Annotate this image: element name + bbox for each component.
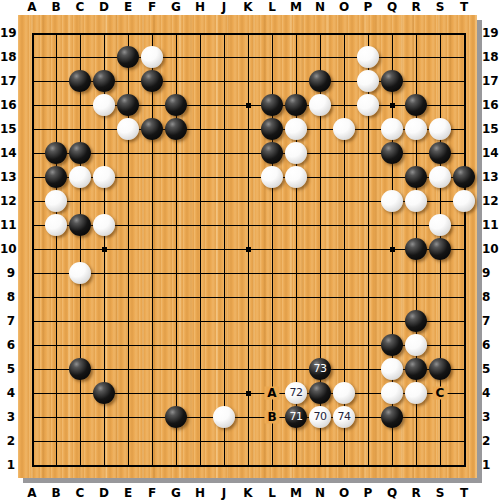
intersection-L10[interactable] (260, 237, 284, 261)
intersection-L9[interactable] (260, 261, 284, 285)
intersection-G4[interactable] (164, 381, 188, 405)
intersection-J14[interactable] (212, 141, 236, 165)
intersection-Q11[interactable] (380, 213, 404, 237)
intersection-G17[interactable] (164, 69, 188, 93)
intersection-D9[interactable] (92, 261, 116, 285)
intersection-L13[interactable] (260, 165, 284, 189)
intersection-E4[interactable] (116, 381, 140, 405)
intersection-N11[interactable] (308, 213, 332, 237)
intersection-R7[interactable] (404, 309, 428, 333)
intersection-P13[interactable] (356, 165, 380, 189)
intersection-B10[interactable] (44, 237, 68, 261)
intersection-L3[interactable]: B (260, 405, 284, 429)
intersection-S15[interactable] (428, 117, 452, 141)
intersection-P19[interactable] (356, 21, 380, 45)
intersection-R8[interactable] (404, 285, 428, 309)
intersection-J16[interactable] (212, 93, 236, 117)
intersection-L2[interactable] (260, 429, 284, 453)
intersection-F11[interactable] (140, 213, 164, 237)
intersection-K8[interactable] (236, 285, 260, 309)
intersection-Q9[interactable] (380, 261, 404, 285)
intersection-R4[interactable] (404, 381, 428, 405)
intersection-R12[interactable] (404, 189, 428, 213)
intersection-B4[interactable] (44, 381, 68, 405)
intersection-P5[interactable] (356, 357, 380, 381)
intersection-E6[interactable] (116, 333, 140, 357)
intersection-D17[interactable] (92, 69, 116, 93)
intersection-E7[interactable] (116, 309, 140, 333)
intersection-A4[interactable] (20, 381, 44, 405)
intersection-G14[interactable] (164, 141, 188, 165)
intersection-N18[interactable] (308, 45, 332, 69)
intersection-M5[interactable] (284, 357, 308, 381)
intersection-J13[interactable] (212, 165, 236, 189)
intersection-O2[interactable] (332, 429, 356, 453)
intersection-T3[interactable] (452, 405, 476, 429)
intersection-N13[interactable] (308, 165, 332, 189)
intersection-H6[interactable] (188, 333, 212, 357)
intersection-A15[interactable] (20, 117, 44, 141)
intersection-T16[interactable] (452, 93, 476, 117)
intersection-R19[interactable] (404, 21, 428, 45)
intersection-Q19[interactable] (380, 21, 404, 45)
intersection-A13[interactable] (20, 165, 44, 189)
intersection-M16[interactable] (284, 93, 308, 117)
intersection-G5[interactable] (164, 357, 188, 381)
intersection-M6[interactable] (284, 333, 308, 357)
intersection-E2[interactable] (116, 429, 140, 453)
intersection-Q1[interactable] (380, 453, 404, 477)
intersection-L6[interactable] (260, 333, 284, 357)
intersection-F15[interactable] (140, 117, 164, 141)
intersection-T19[interactable] (452, 21, 476, 45)
intersection-E9[interactable] (116, 261, 140, 285)
intersection-B19[interactable] (44, 21, 68, 45)
intersection-O5[interactable] (332, 357, 356, 381)
intersection-O6[interactable] (332, 333, 356, 357)
intersection-H19[interactable] (188, 21, 212, 45)
intersection-K19[interactable] (236, 21, 260, 45)
intersection-S10[interactable] (428, 237, 452, 261)
intersection-B5[interactable] (44, 357, 68, 381)
intersection-A6[interactable] (20, 333, 44, 357)
intersection-C1[interactable] (68, 453, 92, 477)
intersection-K15[interactable] (236, 117, 260, 141)
intersection-M2[interactable] (284, 429, 308, 453)
intersection-H11[interactable] (188, 213, 212, 237)
intersection-K14[interactable] (236, 141, 260, 165)
intersection-L19[interactable] (260, 21, 284, 45)
intersection-P6[interactable] (356, 333, 380, 357)
intersection-J7[interactable] (212, 309, 236, 333)
intersection-R2[interactable] (404, 429, 428, 453)
intersection-J12[interactable] (212, 189, 236, 213)
intersection-G7[interactable] (164, 309, 188, 333)
intersection-T8[interactable] (452, 285, 476, 309)
intersection-O9[interactable] (332, 261, 356, 285)
intersection-S4[interactable]: C (428, 381, 452, 405)
intersection-F2[interactable] (140, 429, 164, 453)
intersection-N14[interactable] (308, 141, 332, 165)
intersection-J11[interactable] (212, 213, 236, 237)
intersection-H4[interactable] (188, 381, 212, 405)
intersection-R5[interactable] (404, 357, 428, 381)
intersection-E5[interactable] (116, 357, 140, 381)
intersection-D14[interactable] (92, 141, 116, 165)
intersection-C14[interactable] (68, 141, 92, 165)
intersection-O11[interactable] (332, 213, 356, 237)
intersection-D4[interactable] (92, 381, 116, 405)
intersection-J15[interactable] (212, 117, 236, 141)
intersection-L7[interactable] (260, 309, 284, 333)
intersection-K18[interactable] (236, 45, 260, 69)
intersection-A5[interactable] (20, 357, 44, 381)
intersection-T17[interactable] (452, 69, 476, 93)
intersection-D6[interactable] (92, 333, 116, 357)
intersection-R1[interactable] (404, 453, 428, 477)
intersection-A9[interactable] (20, 261, 44, 285)
intersection-F14[interactable] (140, 141, 164, 165)
intersection-M1[interactable] (284, 453, 308, 477)
intersection-B8[interactable] (44, 285, 68, 309)
intersection-A7[interactable] (20, 309, 44, 333)
intersection-E17[interactable] (116, 69, 140, 93)
intersection-F6[interactable] (140, 333, 164, 357)
intersection-M12[interactable] (284, 189, 308, 213)
intersection-F17[interactable] (140, 69, 164, 93)
intersection-C17[interactable] (68, 69, 92, 93)
intersection-E1[interactable] (116, 453, 140, 477)
intersection-K7[interactable] (236, 309, 260, 333)
intersection-N10[interactable] (308, 237, 332, 261)
intersection-A17[interactable] (20, 69, 44, 93)
intersection-T18[interactable] (452, 45, 476, 69)
intersection-B9[interactable] (44, 261, 68, 285)
intersection-M8[interactable] (284, 285, 308, 309)
intersection-R13[interactable] (404, 165, 428, 189)
intersection-E16[interactable] (116, 93, 140, 117)
intersection-M3[interactable]: 71 (284, 405, 308, 429)
intersection-K12[interactable] (236, 189, 260, 213)
intersection-B2[interactable] (44, 429, 68, 453)
intersection-K2[interactable] (236, 429, 260, 453)
intersection-N9[interactable] (308, 261, 332, 285)
intersection-A3[interactable] (20, 405, 44, 429)
intersection-G1[interactable] (164, 453, 188, 477)
intersection-R10[interactable] (404, 237, 428, 261)
intersection-H12[interactable] (188, 189, 212, 213)
intersection-H13[interactable] (188, 165, 212, 189)
intersection-C16[interactable] (68, 93, 92, 117)
intersection-E18[interactable] (116, 45, 140, 69)
intersection-E10[interactable] (116, 237, 140, 261)
intersection-R16[interactable] (404, 93, 428, 117)
intersection-N5[interactable]: 73 (308, 357, 332, 381)
intersection-A12[interactable] (20, 189, 44, 213)
intersection-O19[interactable] (332, 21, 356, 45)
intersection-R3[interactable] (404, 405, 428, 429)
intersection-S18[interactable] (428, 45, 452, 69)
intersection-O15[interactable] (332, 117, 356, 141)
intersection-C15[interactable] (68, 117, 92, 141)
intersection-F5[interactable] (140, 357, 164, 381)
intersection-J6[interactable] (212, 333, 236, 357)
intersection-S5[interactable] (428, 357, 452, 381)
intersection-H5[interactable] (188, 357, 212, 381)
intersection-T7[interactable] (452, 309, 476, 333)
intersection-B1[interactable] (44, 453, 68, 477)
intersection-P7[interactable] (356, 309, 380, 333)
intersection-K11[interactable] (236, 213, 260, 237)
intersection-L5[interactable] (260, 357, 284, 381)
intersection-A10[interactable] (20, 237, 44, 261)
intersection-N3[interactable]: 70 (308, 405, 332, 429)
intersection-H17[interactable] (188, 69, 212, 93)
intersection-C5[interactable] (68, 357, 92, 381)
intersection-F8[interactable] (140, 285, 164, 309)
intersection-Q7[interactable] (380, 309, 404, 333)
intersection-D8[interactable] (92, 285, 116, 309)
intersection-O7[interactable] (332, 309, 356, 333)
intersection-B3[interactable] (44, 405, 68, 429)
intersection-K3[interactable] (236, 405, 260, 429)
intersection-J1[interactable] (212, 453, 236, 477)
intersection-R15[interactable] (404, 117, 428, 141)
intersection-A8[interactable] (20, 285, 44, 309)
intersection-D12[interactable] (92, 189, 116, 213)
intersection-B13[interactable] (44, 165, 68, 189)
intersection-Q14[interactable] (380, 141, 404, 165)
intersection-L12[interactable] (260, 189, 284, 213)
intersection-S9[interactable] (428, 261, 452, 285)
intersection-C7[interactable] (68, 309, 92, 333)
intersection-T1[interactable] (452, 453, 476, 477)
intersection-K10[interactable] (236, 237, 260, 261)
intersection-R14[interactable] (404, 141, 428, 165)
intersection-G6[interactable] (164, 333, 188, 357)
intersection-Q3[interactable] (380, 405, 404, 429)
intersection-O10[interactable] (332, 237, 356, 261)
intersection-E13[interactable] (116, 165, 140, 189)
intersection-P17[interactable] (356, 69, 380, 93)
intersection-O13[interactable] (332, 165, 356, 189)
intersection-A16[interactable] (20, 93, 44, 117)
intersection-M17[interactable] (284, 69, 308, 93)
intersection-A14[interactable] (20, 141, 44, 165)
intersection-G10[interactable] (164, 237, 188, 261)
intersection-M18[interactable] (284, 45, 308, 69)
intersection-A11[interactable] (20, 213, 44, 237)
intersection-K16[interactable] (236, 93, 260, 117)
intersection-D3[interactable] (92, 405, 116, 429)
intersection-S17[interactable] (428, 69, 452, 93)
intersection-M11[interactable] (284, 213, 308, 237)
intersection-D10[interactable] (92, 237, 116, 261)
intersection-E15[interactable] (116, 117, 140, 141)
intersection-L1[interactable] (260, 453, 284, 477)
intersection-S19[interactable] (428, 21, 452, 45)
intersection-P3[interactable] (356, 405, 380, 429)
intersection-F12[interactable] (140, 189, 164, 213)
intersection-L11[interactable] (260, 213, 284, 237)
intersection-J9[interactable] (212, 261, 236, 285)
intersection-B12[interactable] (44, 189, 68, 213)
intersection-C11[interactable] (68, 213, 92, 237)
intersection-Q13[interactable] (380, 165, 404, 189)
intersection-N19[interactable] (308, 21, 332, 45)
intersection-O18[interactable] (332, 45, 356, 69)
intersection-Q5[interactable] (380, 357, 404, 381)
intersection-J2[interactable] (212, 429, 236, 453)
intersection-C18[interactable] (68, 45, 92, 69)
intersection-T5[interactable] (452, 357, 476, 381)
intersection-B14[interactable] (44, 141, 68, 165)
intersection-T2[interactable] (452, 429, 476, 453)
intersection-H8[interactable] (188, 285, 212, 309)
intersection-C4[interactable] (68, 381, 92, 405)
intersection-L17[interactable] (260, 69, 284, 93)
intersection-N1[interactable] (308, 453, 332, 477)
intersection-N8[interactable] (308, 285, 332, 309)
intersection-D1[interactable] (92, 453, 116, 477)
intersection-F19[interactable] (140, 21, 164, 45)
intersection-P4[interactable] (356, 381, 380, 405)
intersection-O4[interactable] (332, 381, 356, 405)
intersection-T11[interactable] (452, 213, 476, 237)
intersection-J19[interactable] (212, 21, 236, 45)
intersection-E14[interactable] (116, 141, 140, 165)
intersection-H15[interactable] (188, 117, 212, 141)
intersection-C10[interactable] (68, 237, 92, 261)
intersection-T15[interactable] (452, 117, 476, 141)
intersection-O14[interactable] (332, 141, 356, 165)
intersection-K13[interactable] (236, 165, 260, 189)
intersection-M15[interactable] (284, 117, 308, 141)
intersection-H3[interactable] (188, 405, 212, 429)
intersection-H9[interactable] (188, 261, 212, 285)
intersection-K17[interactable] (236, 69, 260, 93)
intersection-H1[interactable] (188, 453, 212, 477)
intersection-L14[interactable] (260, 141, 284, 165)
intersection-P2[interactable] (356, 429, 380, 453)
intersection-T12[interactable] (452, 189, 476, 213)
intersection-F7[interactable] (140, 309, 164, 333)
intersection-J8[interactable] (212, 285, 236, 309)
intersection-G9[interactable] (164, 261, 188, 285)
intersection-M9[interactable] (284, 261, 308, 285)
intersection-N6[interactable] (308, 333, 332, 357)
intersection-L4[interactable]: A (260, 381, 284, 405)
intersection-G12[interactable] (164, 189, 188, 213)
intersection-G3[interactable] (164, 405, 188, 429)
intersection-P15[interactable] (356, 117, 380, 141)
intersection-D19[interactable] (92, 21, 116, 45)
intersection-B6[interactable] (44, 333, 68, 357)
intersection-S1[interactable] (428, 453, 452, 477)
intersection-F9[interactable] (140, 261, 164, 285)
intersection-D15[interactable] (92, 117, 116, 141)
intersection-Q8[interactable] (380, 285, 404, 309)
intersection-G18[interactable] (164, 45, 188, 69)
intersection-J3[interactable] (212, 405, 236, 429)
intersection-R18[interactable] (404, 45, 428, 69)
intersection-O17[interactable] (332, 69, 356, 93)
intersection-B15[interactable] (44, 117, 68, 141)
intersection-S13[interactable] (428, 165, 452, 189)
intersection-G19[interactable] (164, 21, 188, 45)
intersection-F13[interactable] (140, 165, 164, 189)
intersection-O1[interactable] (332, 453, 356, 477)
intersection-C2[interactable] (68, 429, 92, 453)
intersection-K9[interactable] (236, 261, 260, 285)
intersection-D18[interactable] (92, 45, 116, 69)
intersection-E11[interactable] (116, 213, 140, 237)
intersection-S12[interactable] (428, 189, 452, 213)
intersection-F16[interactable] (140, 93, 164, 117)
intersection-H10[interactable] (188, 237, 212, 261)
intersection-L15[interactable] (260, 117, 284, 141)
intersection-G8[interactable] (164, 285, 188, 309)
intersection-F4[interactable] (140, 381, 164, 405)
intersection-C8[interactable] (68, 285, 92, 309)
intersection-B7[interactable] (44, 309, 68, 333)
intersection-D7[interactable] (92, 309, 116, 333)
intersection-G13[interactable] (164, 165, 188, 189)
intersection-K6[interactable] (236, 333, 260, 357)
intersection-A2[interactable] (20, 429, 44, 453)
intersection-Q10[interactable] (380, 237, 404, 261)
intersection-N16[interactable] (308, 93, 332, 117)
intersection-Q16[interactable] (380, 93, 404, 117)
intersection-N17[interactable] (308, 69, 332, 93)
intersection-E8[interactable] (116, 285, 140, 309)
intersection-P14[interactable] (356, 141, 380, 165)
intersection-L16[interactable] (260, 93, 284, 117)
intersection-R17[interactable] (404, 69, 428, 93)
intersection-Q12[interactable] (380, 189, 404, 213)
intersection-D2[interactable] (92, 429, 116, 453)
intersection-B18[interactable] (44, 45, 68, 69)
intersection-C9[interactable] (68, 261, 92, 285)
intersection-A19[interactable] (20, 21, 44, 45)
intersection-G15[interactable] (164, 117, 188, 141)
intersection-E12[interactable] (116, 189, 140, 213)
intersection-S7[interactable] (428, 309, 452, 333)
intersection-R6[interactable] (404, 333, 428, 357)
intersection-R11[interactable] (404, 213, 428, 237)
intersection-O3[interactable]: 74 (332, 405, 356, 429)
intersection-P10[interactable] (356, 237, 380, 261)
intersection-N12[interactable] (308, 189, 332, 213)
intersection-Q6[interactable] (380, 333, 404, 357)
intersection-M13[interactable] (284, 165, 308, 189)
intersection-P16[interactable] (356, 93, 380, 117)
intersection-P9[interactable] (356, 261, 380, 285)
intersection-F1[interactable] (140, 453, 164, 477)
intersection-M10[interactable] (284, 237, 308, 261)
intersection-A18[interactable] (20, 45, 44, 69)
intersection-M7[interactable] (284, 309, 308, 333)
intersection-C3[interactable] (68, 405, 92, 429)
intersection-B11[interactable] (44, 213, 68, 237)
intersection-S11[interactable] (428, 213, 452, 237)
intersection-L8[interactable] (260, 285, 284, 309)
intersection-J18[interactable] (212, 45, 236, 69)
intersection-J10[interactable] (212, 237, 236, 261)
intersection-M14[interactable] (284, 141, 308, 165)
intersection-H14[interactable] (188, 141, 212, 165)
intersection-P8[interactable] (356, 285, 380, 309)
